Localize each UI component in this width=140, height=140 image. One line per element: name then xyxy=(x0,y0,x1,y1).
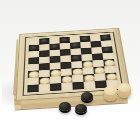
square-r7c2[interactable] xyxy=(50,83,61,91)
off-board-wood-checker[interactable] xyxy=(118,83,131,98)
square-r7c0[interactable] xyxy=(27,84,38,92)
square-r7c4[interactable] xyxy=(72,82,84,90)
checkers-set-photo xyxy=(0,0,140,140)
board-grid xyxy=(27,34,118,92)
square-r7c1[interactable] xyxy=(39,84,50,92)
off-board-black-checker[interactable] xyxy=(59,102,71,111)
wooden-box xyxy=(0,0,140,140)
off-board-black-checker[interactable] xyxy=(75,104,87,113)
square-r7c5[interactable] xyxy=(84,81,96,89)
off-board-wood-checker[interactable] xyxy=(104,86,117,101)
square-r7c3[interactable] xyxy=(61,82,73,90)
off-board-black-checker[interactable] xyxy=(81,92,93,101)
